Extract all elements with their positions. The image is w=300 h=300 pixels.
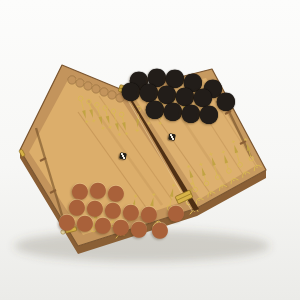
backgammon-set-photo: ●●●●●●●●●●●●●●●●●●●●●●●●●●●●●● bbox=[0, 0, 300, 300]
scallop bbox=[76, 79, 84, 87]
arch-curl bbox=[221, 186, 223, 188]
scallop bbox=[84, 82, 92, 90]
backgammon-board-svg bbox=[0, 0, 300, 300]
arch-curl bbox=[175, 216, 177, 218]
arch-curl bbox=[198, 199, 200, 201]
scallop bbox=[68, 76, 76, 84]
arch-curl bbox=[138, 228, 140, 230]
arch-curl bbox=[233, 180, 235, 182]
arch-curl bbox=[256, 166, 258, 168]
scallop bbox=[108, 91, 116, 99]
arch-curl bbox=[157, 222, 159, 224]
case-shadow bbox=[14, 230, 270, 262]
latch-knob bbox=[61, 230, 65, 234]
scallop bbox=[92, 85, 100, 93]
arch-curl bbox=[120, 234, 122, 236]
scallop bbox=[116, 94, 124, 102]
arch-curl bbox=[245, 173, 247, 175]
arch-curl bbox=[210, 193, 212, 195]
scallop bbox=[100, 88, 108, 96]
